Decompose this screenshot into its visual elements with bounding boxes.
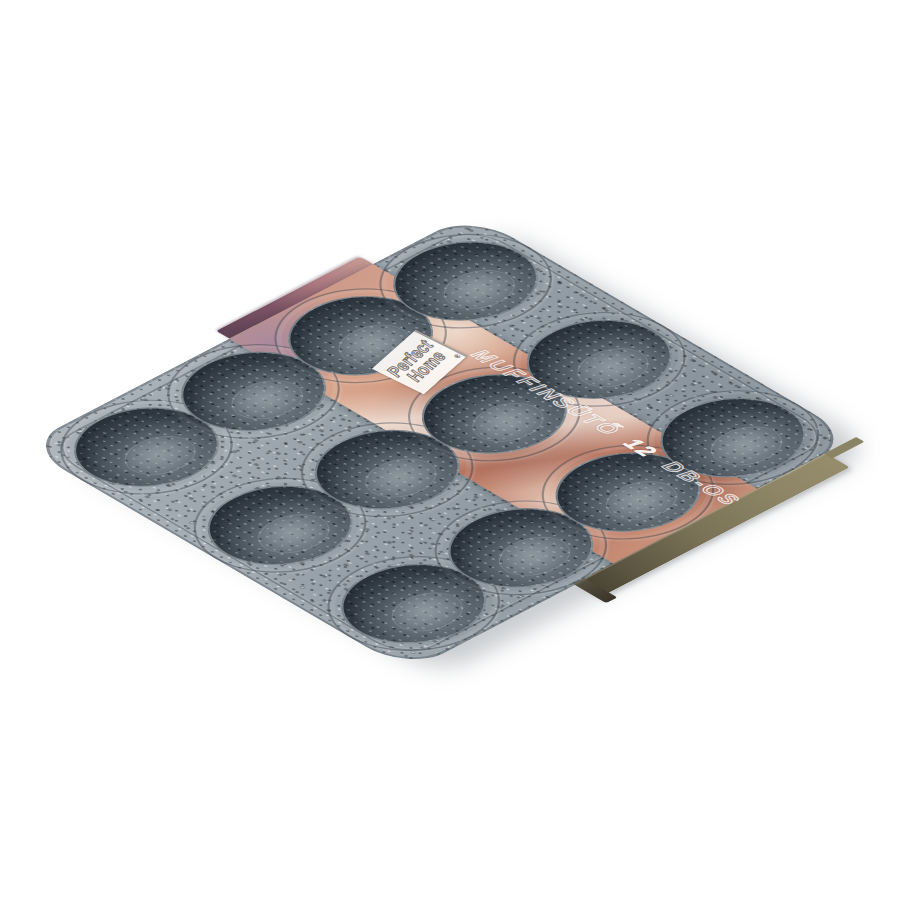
registered-mark: ® xyxy=(452,353,463,360)
product-photo: Perfect Home ® MUFFINSÜTŐ 12 DB-OS xyxy=(0,0,900,900)
muffin-pan: Perfect Home ® MUFFINSÜTŐ 12 DB-OS xyxy=(23,213,856,672)
